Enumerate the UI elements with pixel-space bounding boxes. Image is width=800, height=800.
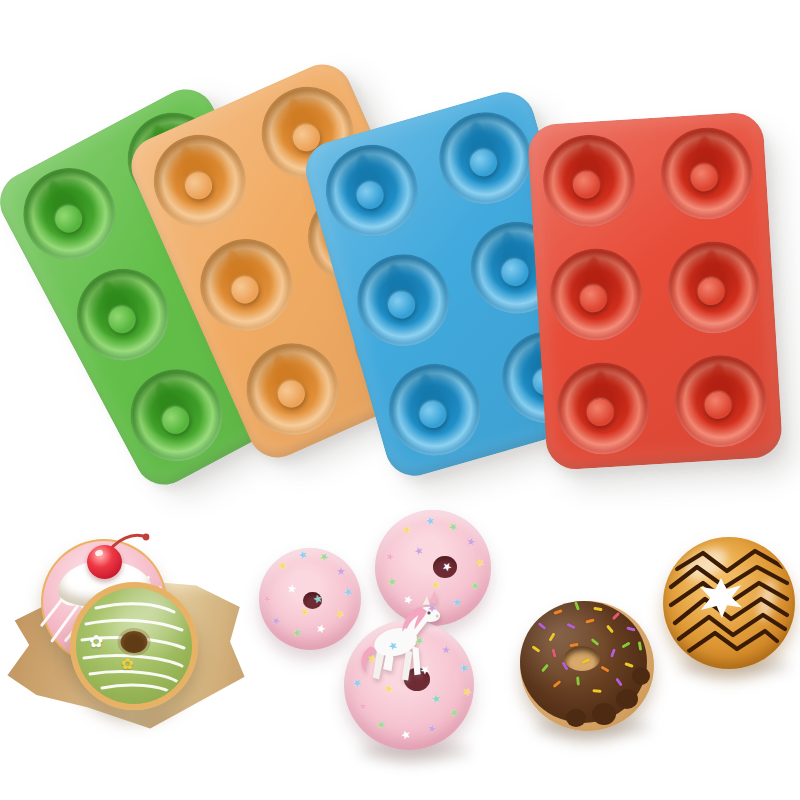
donut-cavity [185,224,306,345]
star-sprinkle: ★ [291,627,303,640]
glaze-drip [632,667,650,685]
donut-cavity [665,239,762,336]
yellow-flower-candy: ✿ [121,657,134,672]
cavity-center-post [579,284,608,313]
donut-cavity [61,252,185,376]
cherry [87,545,122,579]
star-sprinkle: ★ [430,693,442,706]
donut-cavity [554,360,651,457]
cavity-center-post [697,277,726,306]
white-flower-candy: ✿ [89,633,103,650]
donut-cavity [346,243,460,357]
product-photo-scene: ✿ ✿ [0,0,800,800]
star-sprinkle: ★ [426,723,438,736]
cavity-center-post [586,398,615,427]
star-sprinkle: ★ [465,536,477,549]
glaze-drip [616,689,638,709]
donut-cavity [658,125,755,222]
glaze-drip [592,703,616,725]
donut-cavity [378,353,492,467]
mold-red [527,111,784,471]
star-sprinkle: ★ [358,701,368,712]
donut-cavity [7,152,131,276]
caramel-drizzle-donut [663,537,795,669]
donut-cavity [540,132,637,229]
star-sprinkle: ★ [452,597,462,608]
star-sprinkle: ★ [336,566,346,577]
glaze-drip [566,709,586,727]
cavity-center-post [572,170,601,199]
donut-hole [564,646,600,671]
donut-cavity [232,328,353,449]
cavity-center-post [690,163,719,192]
star-sprinkle: ★ [386,576,398,589]
star-sprinkle: ★ [287,583,298,595]
cavity-center-post [704,391,733,420]
star-sprinkle: ★ [277,560,289,573]
donut-cavity [139,120,260,241]
donut-cavity [315,134,429,248]
star-sprinkle: ★ [431,579,442,591]
star-sprinkle: ★ [441,644,452,656]
donut-cavity [672,352,769,449]
donut-hole [121,631,148,653]
donut-cavity [547,246,644,343]
donut-cavity [428,101,542,215]
